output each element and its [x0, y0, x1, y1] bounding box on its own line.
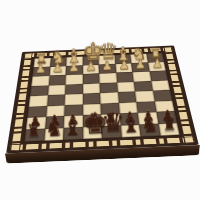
square-c3 [116, 72, 134, 82]
square-c4 [117, 82, 135, 93]
square-f1: ♝ [66, 57, 82, 66]
square-f3 [65, 74, 82, 84]
square-a4 [151, 80, 170, 91]
square-e8: ♚ [83, 126, 102, 139]
square-g4 [48, 85, 66, 96]
square-b8: ♞ [139, 124, 160, 137]
square-d3 [99, 73, 116, 83]
square-g6 [46, 105, 65, 117]
square-e6 [83, 103, 101, 115]
square-d6 [100, 103, 119, 115]
board-border-corner [164, 47, 173, 52]
square-f8: ♝ [63, 127, 82, 140]
square-a8: ♜ [158, 123, 179, 136]
square-e3 [82, 74, 99, 84]
black-rook: ♜ [24, 123, 44, 140]
square-e4 [82, 83, 100, 94]
square-a3 [149, 71, 168, 81]
square-h6 [27, 106, 46, 118]
board-border-corner [24, 53, 33, 58]
square-c8: ♝ [120, 124, 140, 137]
photo-canvas: ♜♞♝♚♛♝♞♜♟♟♟♟♟♟♟♟♟♟♟♟♟♟♟♟♜♞♝♚♛♝♞♜ [0, 0, 200, 200]
square-f6 [64, 104, 82, 116]
square-h7: ♟ [26, 117, 46, 129]
square-g8: ♞ [44, 128, 64, 141]
square-b6 [136, 101, 156, 113]
square-e7: ♟ [83, 114, 102, 126]
square-c6 [118, 102, 137, 114]
square-d7: ♟ [101, 114, 120, 126]
square-b5 [135, 91, 154, 102]
square-c7: ♟ [119, 113, 139, 125]
square-h2: ♟ [32, 67, 49, 77]
square-b4 [134, 81, 153, 92]
chess-board: ♜♞♝♚♛♝♞♜♟♟♟♟♟♟♟♟♟♟♟♟♟♟♟♟♜♞♝♚♛♝♞♜ [6, 45, 199, 153]
square-b7: ♟ [138, 112, 158, 124]
square-f7: ♟ [64, 115, 83, 127]
board-grid: ♜♞♝♚♛♝♞♜♟♟♟♟♟♟♟♟♟♟♟♟♟♟♟♟♜♞♝♚♛♝♞♜ [23, 53, 180, 143]
square-h8: ♜ [24, 128, 44, 141]
black-rook: ♜ [159, 117, 179, 134]
square-f4 [65, 84, 82, 95]
square-d8: ♛ [101, 125, 121, 138]
square-g7: ♟ [45, 116, 64, 128]
square-a7: ♟ [156, 111, 177, 123]
square-e2: ♟ [82, 64, 99, 74]
square-a6 [154, 100, 174, 112]
square-e5 [83, 93, 101, 104]
perspective-scene: ♜♞♝♚♛♝♞♜♟♟♟♟♟♟♟♟♟♟♟♟♟♟♟♟♜♞♝♚♛♝♞♜ [0, 0, 200, 200]
square-a5 [152, 90, 172, 101]
